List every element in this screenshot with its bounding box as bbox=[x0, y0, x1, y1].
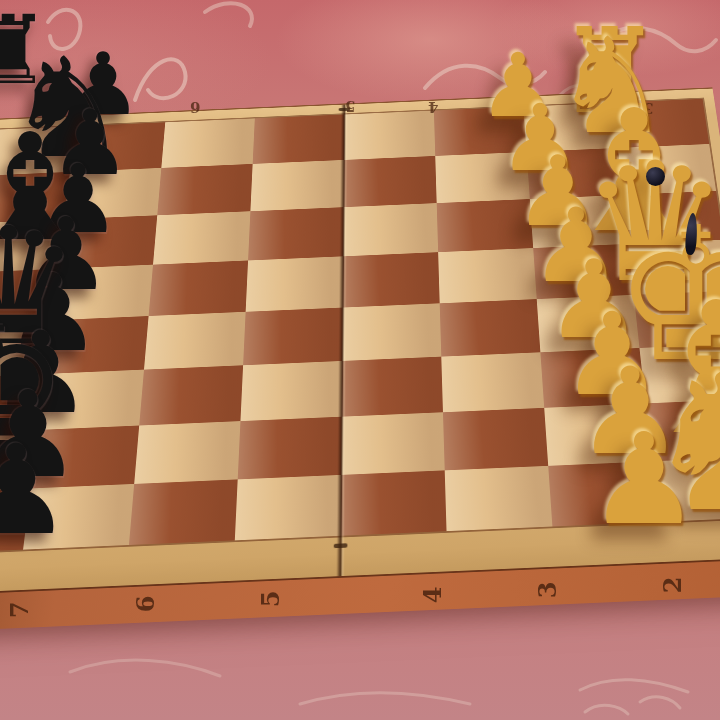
square[interactable] bbox=[248, 207, 343, 260]
rank-label-3: 3 bbox=[536, 582, 560, 599]
square[interactable] bbox=[129, 479, 238, 545]
white-queen-finial[interactable] bbox=[646, 167, 665, 186]
square[interactable] bbox=[235, 475, 341, 540]
rank-label-2: 2 bbox=[661, 577, 685, 594]
square[interactable] bbox=[240, 361, 342, 421]
square[interactable] bbox=[443, 408, 548, 471]
rank-label-5: 5 bbox=[345, 98, 355, 113]
rank-label-7: 7 bbox=[8, 602, 32, 619]
black-pawn[interactable]: ♟ bbox=[0, 428, 72, 552]
rank-label-6: 6 bbox=[190, 99, 200, 114]
square[interactable] bbox=[342, 303, 441, 361]
square[interactable] bbox=[149, 260, 248, 316]
square[interactable] bbox=[342, 357, 443, 417]
square[interactable] bbox=[246, 256, 343, 311]
hinge-icon bbox=[334, 543, 348, 548]
white-pawn[interactable]: ♟ bbox=[588, 417, 701, 543]
square[interactable] bbox=[343, 252, 440, 307]
square[interactable] bbox=[438, 248, 537, 303]
photo-stage: 7654326543 ♜♟♜♟♞♞♟♟♟♟♝♝♟♟♛♟♟♛♚♟♟♝♟♚♟♞♟♟ bbox=[0, 0, 720, 720]
square[interactable] bbox=[250, 160, 344, 211]
board-front-edge bbox=[0, 557, 720, 634]
square[interactable] bbox=[341, 470, 447, 535]
rank-label-5: 5 bbox=[259, 591, 283, 608]
square[interactable] bbox=[157, 164, 252, 215]
square[interactable] bbox=[161, 118, 254, 167]
square[interactable] bbox=[144, 312, 246, 370]
square[interactable] bbox=[238, 417, 342, 480]
square[interactable] bbox=[440, 299, 541, 357]
rank-label-4: 4 bbox=[421, 587, 445, 604]
square[interactable] bbox=[445, 466, 553, 531]
square[interactable] bbox=[139, 365, 243, 425]
square[interactable] bbox=[153, 211, 250, 264]
square[interactable] bbox=[134, 421, 240, 484]
square[interactable] bbox=[343, 203, 438, 256]
square[interactable] bbox=[341, 412, 445, 475]
square[interactable] bbox=[344, 156, 437, 207]
rank-label-6: 6 bbox=[134, 596, 158, 613]
rank-label-4: 4 bbox=[428, 99, 438, 114]
square[interactable] bbox=[344, 111, 435, 160]
square[interactable] bbox=[243, 308, 343, 366]
square[interactable] bbox=[441, 352, 544, 412]
square[interactable] bbox=[253, 115, 345, 164]
